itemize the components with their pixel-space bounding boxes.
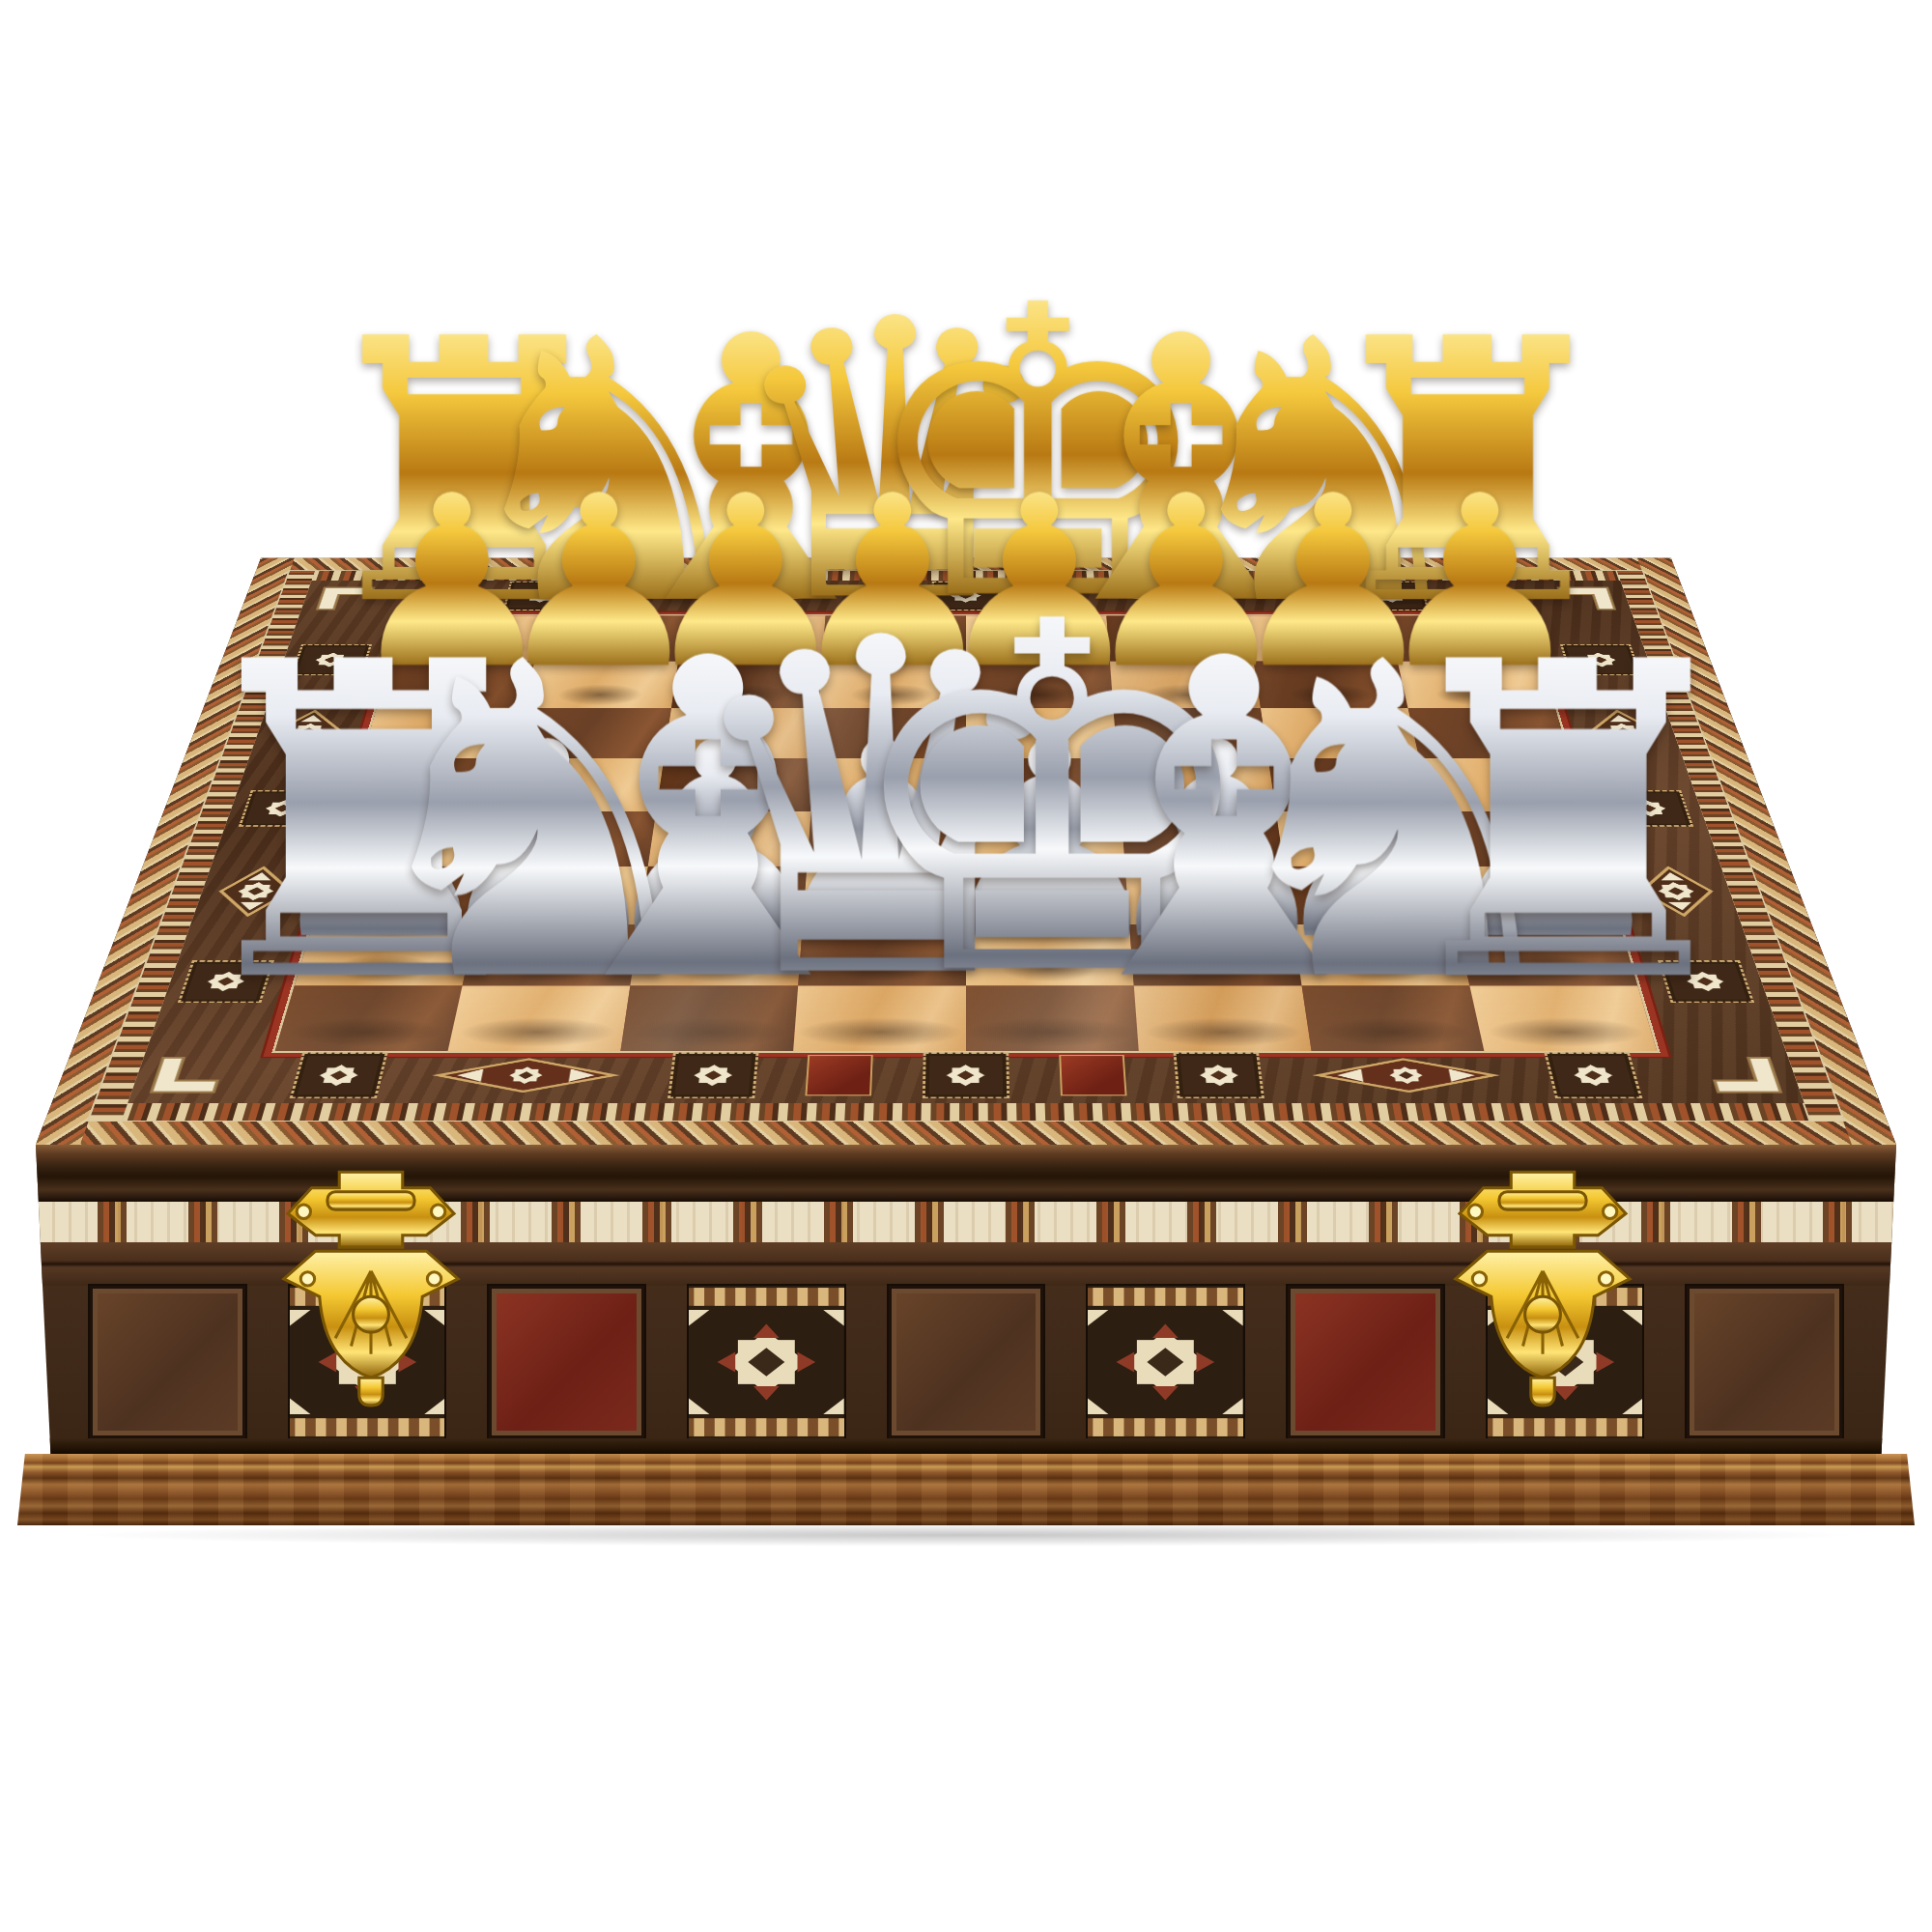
- diamond-star-motif: [1629, 866, 1725, 917]
- star-rosette-motif: [923, 1053, 1009, 1099]
- ground-shadow: [68, 1523, 1864, 1547]
- striped-band-front: [89, 1103, 1843, 1121]
- motif-strip-back: [388, 582, 1545, 610]
- diamond-star-motif: [264, 709, 352, 753]
- star-rosette-motif: [503, 582, 579, 611]
- chess-set-product-photo: ♜♞♝♛♚♝♞♜♟♟♟♟♟♟♟♟♟♟♟♟♟♟♟♟♜♞♝♛♚♝♞♜: [0, 0, 1932, 1932]
- walnut-panel: [1687, 1286, 1842, 1438]
- corner-angle-icon: [1548, 583, 1624, 612]
- motif-strip-front: [238, 1051, 1694, 1100]
- star-rosette-motif: [668, 1053, 758, 1099]
- brass-latch-left: [270, 1160, 472, 1407]
- mosaic-border-field: [128, 581, 1804, 1103]
- box-bottom-rail: [36, 1438, 1896, 1454]
- lozenge-star-motif: [689, 586, 818, 606]
- storage-box-front: [36, 1145, 1896, 1454]
- walnut-panel: [90, 1286, 245, 1438]
- mosaic-star-panel: [1088, 1286, 1243, 1438]
- herringbone-border-front: [36, 1121, 1896, 1145]
- red-inlay-tile: [806, 1055, 873, 1095]
- star-rosette-motif: [289, 1053, 387, 1099]
- star-rosette-motif: [1545, 1053, 1643, 1099]
- red-wood-panel: [489, 1286, 644, 1438]
- board-top: ♜♞♝♛♚♝♞♜♟♟♟♟♟♟♟♟♟♟♟♟♟♟♟♟♜♞♝♛♚♝♞♜: [36, 558, 1896, 1145]
- corner-angle-icon: [1695, 1052, 1793, 1098]
- star-rosette-motif: [1353, 582, 1429, 611]
- star-rosette-motif: [239, 790, 327, 826]
- brass-latch-right: [1441, 1160, 1644, 1407]
- lozenge-star-motif: [1309, 1057, 1503, 1094]
- star-rosette-motif: [1174, 1053, 1264, 1099]
- star-rosette-motif: [1658, 960, 1754, 1003]
- lozenge-star-motif: [428, 1057, 622, 1094]
- star-rosette-motif: [1560, 644, 1641, 675]
- red-wood-panel: [1288, 1286, 1443, 1438]
- star-rosette-motif: [931, 582, 1001, 611]
- diamond-star-motif: [1580, 709, 1668, 753]
- lozenge-star-motif: [1114, 586, 1243, 606]
- corner-angle-icon: [139, 1052, 237, 1098]
- walnut-panel: [889, 1286, 1044, 1438]
- diamond-star-motif: [207, 866, 303, 917]
- red-inlay-tile: [1059, 1055, 1126, 1095]
- star-rosette-motif: [291, 644, 372, 675]
- base-plinth: [17, 1454, 1915, 1525]
- star-rosette-motif: [1605, 790, 1693, 826]
- corner-angle-icon: [307, 583, 383, 612]
- star-rosette-motif: [178, 960, 274, 1003]
- board-3d-scene: ♜♞♝♛♚♝♞♜♟♟♟♟♟♟♟♟♟♟♟♟♟♟♟♟♜♞♝♛♚♝♞♜: [36, 536, 1896, 1145]
- mosaic-star-panel: [689, 1286, 844, 1438]
